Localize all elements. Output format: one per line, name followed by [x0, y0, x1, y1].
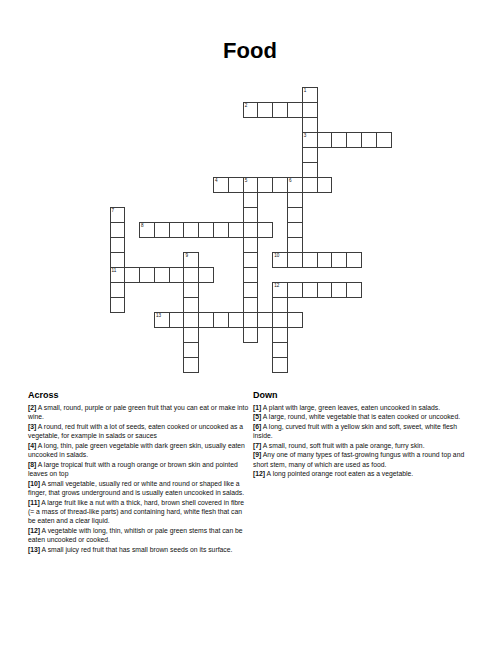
- cell-number-1: 1: [304, 88, 307, 93]
- grid-cell-r9-c5[interactable]: [183, 222, 199, 238]
- grid-cell-r15-c12[interactable]: [287, 312, 303, 328]
- grid-cell-r7-c9[interactable]: [243, 192, 259, 208]
- cell-number-8: 8: [141, 223, 144, 228]
- grid-cell-r13-c11[interactable]: 12: [272, 282, 288, 298]
- grid-cell-r11-c13[interactable]: [302, 252, 318, 268]
- grid-cell-r6-c8[interactable]: [228, 177, 244, 193]
- grid-cell-r3-c18[interactable]: [376, 132, 392, 148]
- down-clue-1: [1] A plant with large, green leaves, ea…: [253, 403, 465, 412]
- grid-cell-r8-c9[interactable]: [243, 207, 259, 223]
- cell-number-13: 13: [156, 313, 161, 318]
- grid-cell-r3-c14[interactable]: [317, 132, 333, 148]
- across-clue-text-4: A long, thin, pale green vegetable with …: [28, 442, 245, 458]
- grid-cell-r12-c9[interactable]: [243, 267, 259, 283]
- across-clue-8: [8] A large tropical fruit with a rough …: [28, 460, 250, 479]
- grid-cell-r6-c7[interactable]: 4: [213, 177, 229, 193]
- across-clue-text-11: A large fruit like a nut with a thick, h…: [28, 499, 244, 525]
- grid-cell-r12-c1[interactable]: [124, 267, 140, 283]
- grid-cell-r9-c3[interactable]: [154, 222, 170, 238]
- across-clue-4: [4] A long, thin, pale green vegetable w…: [28, 441, 250, 460]
- grid-cell-r3-c13[interactable]: 3: [302, 132, 318, 148]
- grid-cell-r15-c6[interactable]: [198, 312, 214, 328]
- grid-cell-r8-c0[interactable]: 7: [110, 207, 126, 223]
- grid-cell-r9-c2[interactable]: 8: [139, 222, 155, 238]
- grid-cell-r1-c13[interactable]: [302, 102, 318, 118]
- grid-cell-r11-c11[interactable]: 10: [272, 252, 288, 268]
- grid-cell-r9-c12[interactable]: [287, 222, 303, 238]
- across-clue-2: [2] A small, round, purple or pale green…: [28, 403, 250, 422]
- down-clue-text-5: A large, round, white vegetable that is …: [261, 413, 460, 420]
- grid-cell-r3-c15[interactable]: [331, 132, 347, 148]
- grid-cell-r11-c5[interactable]: 9: [183, 252, 199, 268]
- across-clue-13: [13] A small juicy red fruit that has sm…: [28, 545, 250, 554]
- grid-cell-r15-c10[interactable]: [257, 312, 273, 328]
- grid-cell-r9-c9[interactable]: [243, 222, 259, 238]
- down-clue-text-6: A long, curved fruit with a yellow skin …: [253, 423, 457, 439]
- grid-cell-r13-c12[interactable]: [287, 282, 303, 298]
- cell-number-4: 4: [215, 178, 218, 183]
- grid-cell-r15-c3[interactable]: 13: [154, 312, 170, 328]
- cell-number-2: 2: [245, 103, 248, 108]
- grid-cell-r17-c5[interactable]: [183, 342, 199, 358]
- across-clue-number-10: [10]: [28, 480, 40, 487]
- grid-cell-r11-c14[interactable]: [317, 252, 333, 268]
- grid-cell-r3-c16[interactable]: [346, 132, 362, 148]
- grid-cell-r6-c12[interactable]: 6: [287, 177, 303, 193]
- grid-cell-r6-c14[interactable]: [317, 177, 333, 193]
- grid-cell-r13-c13[interactable]: [302, 282, 318, 298]
- grid-cell-r1-c12[interactable]: [287, 102, 303, 118]
- grid-cell-r15-c7[interactable]: [213, 312, 229, 328]
- grid-cell-r6-c11[interactable]: [272, 177, 288, 193]
- down-clue-text-9: Any one of many types of fast-growing fu…: [253, 451, 464, 467]
- grid-cell-r12-c3[interactable]: [154, 267, 170, 283]
- grid-cell-r15-c5[interactable]: [183, 312, 199, 328]
- across-heading: Across: [28, 390, 250, 400]
- grid-cell-r15-c8[interactable]: [228, 312, 244, 328]
- across-clue-11: [11] A large fruit like a nut with a thi…: [28, 498, 250, 526]
- grid-cell-r13-c14[interactable]: [317, 282, 333, 298]
- down-clues-list: [1] A plant with large, green leaves, ea…: [253, 403, 465, 479]
- grid-cell-r13-c9[interactable]: [243, 282, 259, 298]
- grid-cell-r9-c0[interactable]: [110, 222, 126, 238]
- grid-cell-r16-c5[interactable]: [183, 327, 199, 343]
- across-clue-number-13: [13]: [28, 546, 40, 553]
- grid-cell-r6-c9[interactable]: 5: [243, 177, 259, 193]
- across-clue-text-13: A small juicy red fruit that has small b…: [40, 546, 232, 553]
- cell-number-12: 12: [274, 283, 279, 288]
- grid-cell-r7-c12[interactable]: [287, 192, 303, 208]
- down-clue-7: [7] A small, round, soft fruit with a pa…: [253, 441, 465, 450]
- down-clue-number-12: [12]: [253, 470, 265, 477]
- grid-cell-r11-c16[interactable]: [346, 252, 362, 268]
- grid-cell-r9-c7[interactable]: [213, 222, 229, 238]
- grid-cell-r14-c5[interactable]: [183, 297, 199, 313]
- across-clue-number-11: [11]: [28, 499, 40, 506]
- grid-cell-r12-c2[interactable]: [139, 267, 155, 283]
- grid-cell-r1-c9[interactable]: 2: [243, 102, 259, 118]
- down-heading: Down: [253, 390, 465, 400]
- across-clue-number-12: [12]: [28, 527, 40, 534]
- grid-cell-r15-c4[interactable]: [169, 312, 185, 328]
- grid-cell-r10-c12[interactable]: [287, 237, 303, 253]
- across-clue-10: [10] A small vegetable, usually red or w…: [28, 479, 250, 498]
- across-clues-column: Across [2] A small, round, purple or pal…: [28, 390, 250, 554]
- grid-cell-r11-c9[interactable]: [243, 252, 259, 268]
- grid-cell-r5-c13[interactable]: [302, 162, 318, 178]
- crossword-worksheet: Food 12345678910111213 Across [2] A smal…: [0, 0, 500, 647]
- cell-number-6: 6: [289, 178, 292, 183]
- across-clue-12: [12] A vegetable with long, thin, whitis…: [28, 526, 250, 545]
- grid-cell-r6-c13[interactable]: [302, 177, 318, 193]
- cell-number-5: 5: [245, 178, 248, 183]
- down-clues-column: Down [1] A plant with large, green leave…: [253, 390, 465, 479]
- across-clue-3: [3] A round, red fruit with a lot of see…: [28, 422, 250, 441]
- grid-cell-r13-c5[interactable]: [183, 282, 199, 298]
- crossword-grid: 12345678910111213: [110, 87, 391, 372]
- grid-cell-r14-c9[interactable]: [243, 297, 259, 313]
- down-clue-text-12: A long pointed orange root eaten as a ve…: [265, 470, 413, 477]
- grid-cell-r13-c16[interactable]: [346, 282, 362, 298]
- grid-cell-r12-c6[interactable]: [198, 267, 214, 283]
- grid-cell-r13-c15[interactable]: [331, 282, 347, 298]
- grid-cell-r13-c0[interactable]: [110, 282, 126, 298]
- grid-cell-r8-c12[interactable]: [287, 207, 303, 223]
- grid-cell-r15-c9[interactable]: [243, 312, 259, 328]
- grid-cell-r10-c0[interactable]: [110, 237, 126, 253]
- down-clue-text-1: A plant with large, green leaves, eaten …: [261, 404, 440, 411]
- puzzle-title: Food: [0, 40, 500, 62]
- grid-cell-r12-c4[interactable]: [169, 267, 185, 283]
- down-clue-text-7: A small, round, soft fruit with a pale o…: [261, 442, 424, 449]
- grid-cell-r12-c0[interactable]: 11: [110, 267, 126, 283]
- grid-cell-r6-c10[interactable]: [257, 177, 273, 193]
- across-clue-text-10: A small vegetable, usually red or white …: [28, 480, 244, 496]
- cell-number-3: 3: [304, 133, 307, 138]
- grid-cell-r18-c11[interactable]: [272, 357, 288, 373]
- grid-cell-r0-c13[interactable]: 1: [302, 87, 318, 103]
- down-clue-12: [12] A long pointed orange root eaten as…: [253, 469, 465, 478]
- grid-cell-r14-c11[interactable]: [272, 297, 288, 313]
- grid-cell-r2-c13[interactable]: [302, 117, 318, 133]
- grid-cell-r14-c0[interactable]: [110, 297, 126, 313]
- grid-cell-r18-c5[interactable]: [183, 357, 199, 373]
- grid-cell-r1-c11[interactable]: [272, 102, 288, 118]
- grid-cell-r12-c5[interactable]: [183, 267, 199, 283]
- across-clue-text-2: A small, round, purple or pale green fru…: [28, 404, 248, 420]
- grid-cell-r3-c17[interactable]: [361, 132, 377, 148]
- across-clue-text-3: A round, red fruit with a lot of seeds, …: [28, 423, 243, 439]
- cell-number-9: 9: [185, 253, 188, 258]
- grid-cell-r1-c10[interactable]: [257, 102, 273, 118]
- down-clue-5: [5] A large, round, white vegetable that…: [253, 412, 465, 421]
- grid-cell-r9-c4[interactable]: [169, 222, 185, 238]
- grid-cell-r15-c11[interactable]: [272, 312, 288, 328]
- grid-cell-r4-c13[interactable]: [302, 147, 318, 163]
- grid-cell-r9-c10[interactable]: [257, 222, 273, 238]
- grid-cell-r9-c8[interactable]: [228, 222, 244, 238]
- grid-cell-r11-c0[interactable]: [110, 252, 126, 268]
- down-clue-9: [9] Any one of many types of fast-growin…: [253, 450, 465, 469]
- grid-cell-r16-c11[interactable]: [272, 327, 288, 343]
- grid-cell-r17-c11[interactable]: [272, 342, 288, 358]
- cell-number-10: 10: [274, 253, 279, 258]
- grid-cell-r11-c12[interactable]: [287, 252, 303, 268]
- grid-cell-r11-c15[interactable]: [331, 252, 347, 268]
- down-clue-6: [6] A long, curved fruit with a yellow s…: [253, 422, 465, 441]
- across-clues-list: [2] A small, round, purple or pale green…: [28, 403, 250, 554]
- grid-cell-r16-c9[interactable]: [243, 327, 259, 343]
- cell-number-11: 11: [112, 268, 117, 273]
- grid-cell-r9-c6[interactable]: [198, 222, 214, 238]
- across-clue-text-8: A large tropical fruit with a rough oran…: [28, 461, 238, 477]
- grid-cell-r10-c9[interactable]: [243, 237, 259, 253]
- cell-number-7: 7: [112, 208, 115, 213]
- across-clue-text-12: A vegetable with long, thin, whitish or …: [28, 527, 243, 543]
